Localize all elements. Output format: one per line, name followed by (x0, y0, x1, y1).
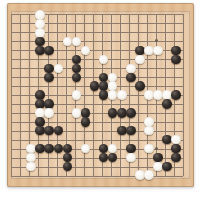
white-stone[interactable] (72, 90, 82, 100)
black-stone[interactable] (162, 162, 172, 172)
black-stone[interactable] (44, 64, 54, 74)
white-stone[interactable] (144, 126, 154, 136)
go-board[interactable] (7, 3, 194, 187)
black-stone[interactable] (44, 73, 54, 83)
black-stone[interactable] (81, 117, 91, 127)
black-stone[interactable] (135, 81, 145, 91)
black-stone[interactable] (162, 99, 172, 109)
black-stone[interactable] (171, 153, 181, 163)
white-stone[interactable] (144, 170, 154, 180)
black-stone[interactable] (126, 108, 136, 118)
white-stone[interactable] (126, 153, 136, 163)
black-stone[interactable] (126, 126, 136, 136)
white-stone[interactable] (26, 162, 36, 172)
white-stone[interactable] (117, 90, 127, 100)
black-stone[interactable] (126, 144, 136, 154)
black-stone[interactable] (126, 73, 136, 83)
white-stone[interactable] (44, 108, 54, 118)
white-stone[interactable] (126, 64, 136, 74)
white-stone[interactable] (135, 55, 145, 65)
black-stone[interactable] (171, 90, 181, 100)
white-stone[interactable] (72, 108, 82, 118)
black-stone[interactable] (171, 55, 181, 65)
black-stone[interactable] (63, 162, 73, 172)
black-stone[interactable] (153, 153, 163, 163)
black-stone[interactable] (171, 144, 181, 154)
white-stone[interactable] (144, 144, 154, 154)
white-stone[interactable] (26, 153, 36, 163)
white-stone[interactable] (153, 46, 163, 56)
